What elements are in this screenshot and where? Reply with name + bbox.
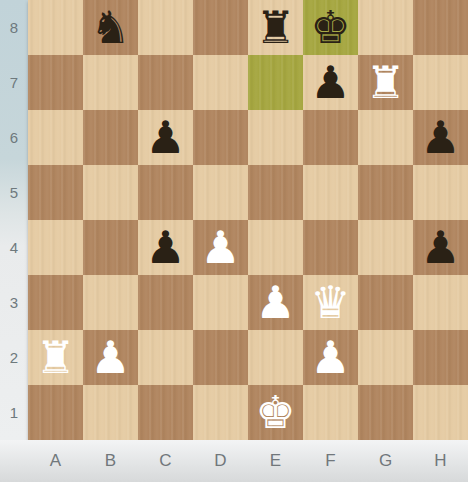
rank-label: 4 xyxy=(0,220,28,275)
piece-white-king[interactable]: ♚ xyxy=(255,385,295,440)
file-label: F xyxy=(303,440,358,482)
square-d2[interactable] xyxy=(193,330,248,385)
file-labels: ABCDEFGH xyxy=(0,440,468,482)
square-g1[interactable] xyxy=(358,385,413,440)
square-h1[interactable] xyxy=(413,385,468,440)
square-c5[interactable] xyxy=(138,165,193,220)
square-d8[interactable] xyxy=(193,0,248,55)
piece-white-pawn[interactable]: ♟ xyxy=(310,330,350,385)
square-a8[interactable] xyxy=(28,0,83,55)
square-d3[interactable] xyxy=(193,275,248,330)
square-g5[interactable] xyxy=(358,165,413,220)
chess-board: ♞♜♚♟♜♟♟♟♟♟♟♛♜♟♟♚ xyxy=(28,0,468,440)
file-label: C xyxy=(138,440,193,482)
square-c3[interactable] xyxy=(138,275,193,330)
square-f5[interactable] xyxy=(303,165,358,220)
square-g6[interactable] xyxy=(358,110,413,165)
piece-white-rook[interactable]: ♜ xyxy=(35,330,75,385)
piece-black-pawn[interactable]: ♟ xyxy=(420,110,460,165)
square-h5[interactable] xyxy=(413,165,468,220)
square-d7[interactable] xyxy=(193,55,248,110)
square-b6[interactable] xyxy=(83,110,138,165)
square-e6[interactable] xyxy=(248,110,303,165)
rank-label: 3 xyxy=(0,275,28,330)
piece-white-queen[interactable]: ♛ xyxy=(310,275,350,330)
file-label: A xyxy=(28,440,83,482)
square-c8[interactable] xyxy=(138,0,193,55)
square-h8[interactable] xyxy=(413,0,468,55)
file-label: D xyxy=(193,440,248,482)
square-b2[interactable]: ♟ xyxy=(83,330,138,385)
square-f6[interactable] xyxy=(303,110,358,165)
piece-black-knight[interactable]: ♞ xyxy=(90,0,130,55)
square-e3[interactable]: ♟ xyxy=(248,275,303,330)
square-a2[interactable]: ♜ xyxy=(28,330,83,385)
piece-black-pawn[interactable]: ♟ xyxy=(145,220,185,275)
rank-labels: 87654321 xyxy=(0,0,28,440)
rank-label: 8 xyxy=(0,0,28,55)
piece-white-pawn[interactable]: ♟ xyxy=(255,275,295,330)
square-d6[interactable] xyxy=(193,110,248,165)
square-d5[interactable] xyxy=(193,165,248,220)
square-f2[interactable]: ♟ xyxy=(303,330,358,385)
square-e2[interactable] xyxy=(248,330,303,385)
rank-label: 6 xyxy=(0,110,28,165)
square-h3[interactable] xyxy=(413,275,468,330)
piece-black-pawn[interactable]: ♟ xyxy=(145,110,185,165)
square-e5[interactable] xyxy=(248,165,303,220)
square-d4[interactable]: ♟ xyxy=(193,220,248,275)
square-f7[interactable]: ♟ xyxy=(303,55,358,110)
square-h6[interactable]: ♟ xyxy=(413,110,468,165)
square-g7[interactable]: ♜ xyxy=(358,55,413,110)
square-a6[interactable] xyxy=(28,110,83,165)
chess-app: 87654321 ♞♜♚♟♜♟♟♟♟♟♟♛♜♟♟♚ ABCDEFGH xyxy=(0,0,468,482)
rank-label: 1 xyxy=(0,385,28,440)
square-f4[interactable] xyxy=(303,220,358,275)
square-e7[interactable] xyxy=(248,55,303,110)
square-h7[interactable] xyxy=(413,55,468,110)
file-label: E xyxy=(248,440,303,482)
square-a7[interactable] xyxy=(28,55,83,110)
piece-white-pawn[interactable]: ♟ xyxy=(90,330,130,385)
square-a5[interactable] xyxy=(28,165,83,220)
square-a1[interactable] xyxy=(28,385,83,440)
file-label: G xyxy=(358,440,413,482)
square-a3[interactable] xyxy=(28,275,83,330)
square-g2[interactable] xyxy=(358,330,413,385)
square-b4[interactable] xyxy=(83,220,138,275)
square-b3[interactable] xyxy=(83,275,138,330)
rank-label: 7 xyxy=(0,55,28,110)
square-b5[interactable] xyxy=(83,165,138,220)
square-a4[interactable] xyxy=(28,220,83,275)
square-f1[interactable] xyxy=(303,385,358,440)
square-d1[interactable] xyxy=(193,385,248,440)
square-f3[interactable]: ♛ xyxy=(303,275,358,330)
square-c4[interactable]: ♟ xyxy=(138,220,193,275)
piece-white-rook[interactable]: ♜ xyxy=(365,55,405,110)
file-label: B xyxy=(83,440,138,482)
square-e8[interactable]: ♜ xyxy=(248,0,303,55)
file-label: H xyxy=(413,440,468,482)
piece-black-pawn[interactable]: ♟ xyxy=(420,220,460,275)
square-b8[interactable]: ♞ xyxy=(83,0,138,55)
rank-label: 2 xyxy=(0,330,28,385)
square-c2[interactable] xyxy=(138,330,193,385)
square-e1[interactable]: ♚ xyxy=(248,385,303,440)
square-h4[interactable]: ♟ xyxy=(413,220,468,275)
piece-white-pawn[interactable]: ♟ xyxy=(200,220,240,275)
piece-black-rook[interactable]: ♜ xyxy=(255,0,295,55)
piece-black-pawn[interactable]: ♟ xyxy=(310,55,350,110)
square-c1[interactable] xyxy=(138,385,193,440)
rank-label: 5 xyxy=(0,165,28,220)
square-e4[interactable] xyxy=(248,220,303,275)
square-g4[interactable] xyxy=(358,220,413,275)
square-c6[interactable]: ♟ xyxy=(138,110,193,165)
square-c7[interactable] xyxy=(138,55,193,110)
square-f8[interactable]: ♚ xyxy=(303,0,358,55)
square-g8[interactable] xyxy=(358,0,413,55)
square-h2[interactable] xyxy=(413,330,468,385)
square-b1[interactable] xyxy=(83,385,138,440)
piece-black-king[interactable]: ♚ xyxy=(310,0,350,55)
square-b7[interactable] xyxy=(83,55,138,110)
square-g3[interactable] xyxy=(358,275,413,330)
